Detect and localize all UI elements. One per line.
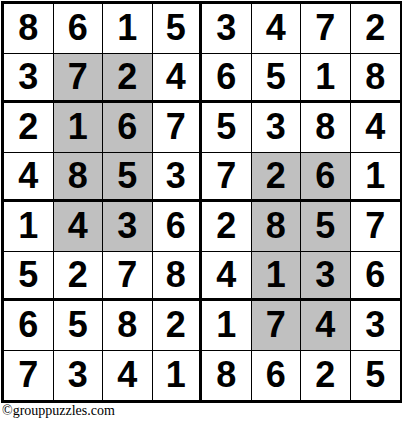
cell-r2c4: 4: [153, 54, 203, 104]
cell-r6c5: 4: [202, 252, 252, 302]
cell-r4c5: 7: [202, 153, 252, 203]
cell-r7c1: 6: [4, 301, 54, 351]
cell-r3c6: 3: [252, 103, 302, 153]
cell-r2c1: 3: [4, 54, 54, 104]
puzzle-page: 8615347237246518216753844853726114362857…: [0, 0, 402, 424]
cell-r4c7: 6: [301, 153, 351, 203]
cell-r3c5: 5: [202, 103, 252, 153]
cell-r6c1: 5: [4, 252, 54, 302]
cell-r1c5: 3: [202, 4, 252, 54]
cell-r2c6: 5: [252, 54, 302, 104]
cell-r4c8: 1: [351, 153, 401, 203]
cell-r5c1: 1: [4, 202, 54, 252]
cell-r1c1: 8: [4, 4, 54, 54]
cell-r8c6: 6: [252, 351, 302, 401]
cell-r1c6: 4: [252, 4, 302, 54]
cell-r1c2: 6: [54, 4, 104, 54]
cell-r6c8: 6: [351, 252, 401, 302]
cell-r8c1: 7: [4, 351, 54, 401]
cell-r3c8: 4: [351, 103, 401, 153]
cell-r2c5: 6: [202, 54, 252, 104]
cell-r2c2: 7: [54, 54, 104, 104]
cell-r1c8: 2: [351, 4, 401, 54]
cell-r3c3: 6: [103, 103, 153, 153]
cell-r1c4: 5: [153, 4, 203, 54]
cell-r5c5: 2: [202, 202, 252, 252]
cell-r6c3: 7: [103, 252, 153, 302]
cell-r7c4: 2: [153, 301, 203, 351]
cell-r3c1: 2: [4, 103, 54, 153]
cell-r8c8: 5: [351, 351, 401, 401]
cell-r5c4: 6: [153, 202, 203, 252]
cell-r8c3: 4: [103, 351, 153, 401]
cell-r5c3: 3: [103, 202, 153, 252]
cell-r8c4: 1: [153, 351, 203, 401]
cell-r5c7: 5: [301, 202, 351, 252]
cell-r2c7: 1: [301, 54, 351, 104]
cell-r7c8: 3: [351, 301, 401, 351]
cell-r7c6: 7: [252, 301, 302, 351]
cell-r3c4: 7: [153, 103, 203, 153]
cell-r7c7: 4: [301, 301, 351, 351]
cell-r4c4: 3: [153, 153, 203, 203]
cell-r4c1: 4: [4, 153, 54, 203]
cell-r3c7: 8: [301, 103, 351, 153]
cell-r6c4: 8: [153, 252, 203, 302]
cell-r7c5: 1: [202, 301, 252, 351]
cell-r6c7: 3: [301, 252, 351, 302]
cell-r7c2: 5: [54, 301, 104, 351]
cell-r8c2: 3: [54, 351, 104, 401]
cell-r2c3: 2: [103, 54, 153, 104]
cell-r8c5: 8: [202, 351, 252, 401]
sudoku-board: 8615347237246518216753844853726114362857…: [1, 1, 402, 403]
cell-r1c7: 7: [301, 4, 351, 54]
cell-r6c6: 1: [252, 252, 302, 302]
cell-r2c8: 8: [351, 54, 401, 104]
cell-r8c7: 2: [301, 351, 351, 401]
cell-r6c2: 2: [54, 252, 104, 302]
cell-r7c3: 8: [103, 301, 153, 351]
cell-r4c6: 2: [252, 153, 302, 203]
cell-r4c3: 5: [103, 153, 153, 203]
cell-r3c2: 1: [54, 103, 104, 153]
cell-r4c2: 8: [54, 153, 104, 203]
cell-r5c8: 7: [351, 202, 401, 252]
cell-r5c2: 4: [54, 202, 104, 252]
cell-r1c3: 1: [103, 4, 153, 54]
copyright-notice: ©grouppuzzles.com: [2, 403, 115, 419]
cell-r5c6: 8: [252, 202, 302, 252]
